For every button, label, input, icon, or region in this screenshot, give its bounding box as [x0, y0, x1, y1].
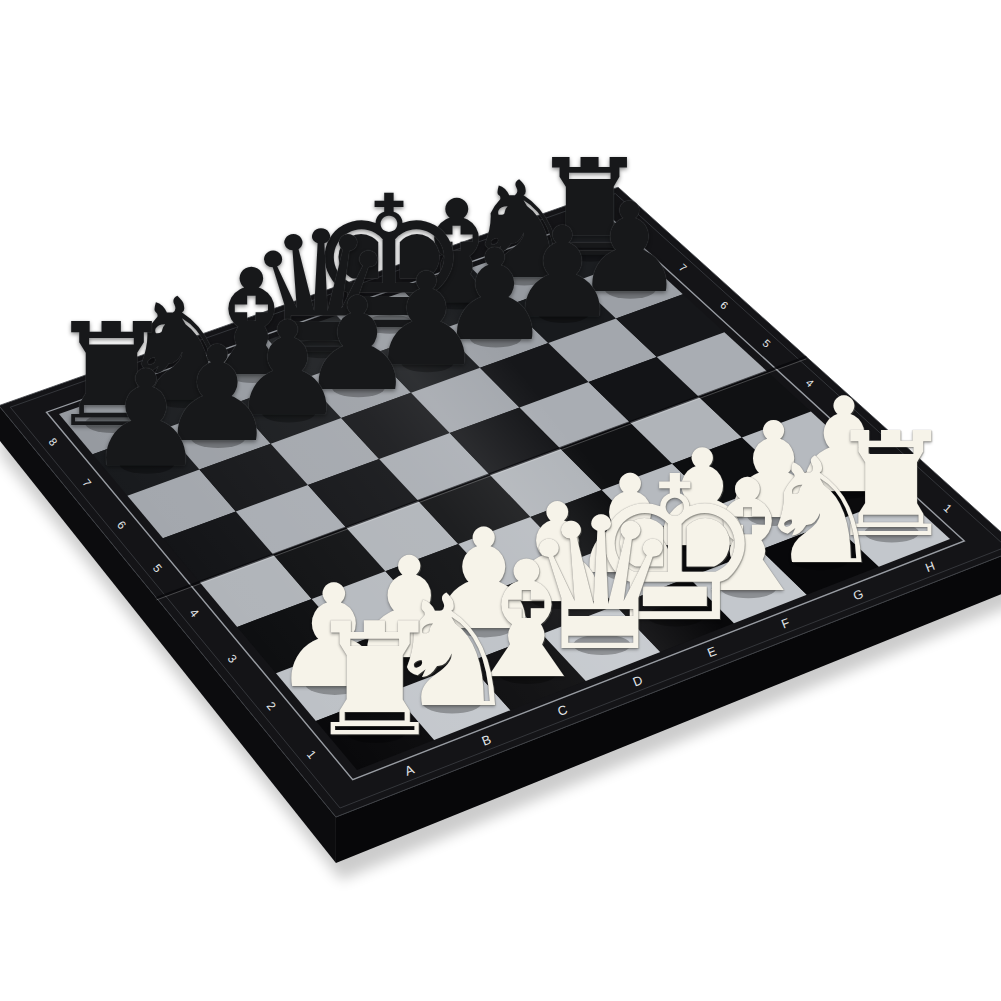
black-pawn[interactable]: ♟	[86, 353, 205, 486]
white-rook[interactable]: ♜	[305, 602, 445, 758]
chess-set-photo: ABCDEFGH1122334455667788 ♜♞♟♝♟♚♟♛♟♝♟♞♟♜♟…	[0, 0, 1001, 1001]
